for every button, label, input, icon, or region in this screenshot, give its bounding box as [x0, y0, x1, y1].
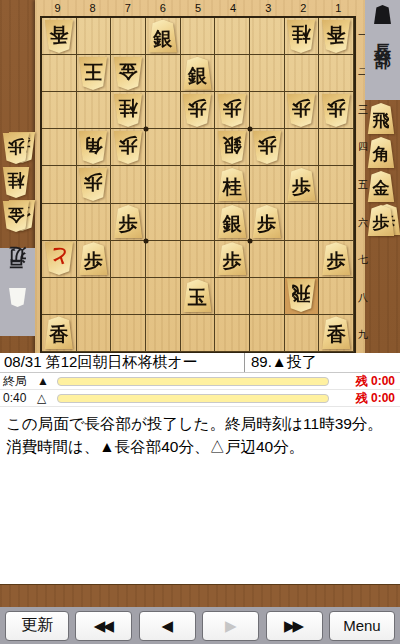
board-cell-5-3[interactable]: 歩 [181, 92, 216, 129]
sente-clock-row: 終局 ▲ 残 0:00 [0, 373, 400, 390]
board-cell-7-8[interactable] [111, 278, 146, 315]
gote-hand-金-x2[interactable]: 金金 [2, 201, 36, 232]
board-cell-9-1[interactable]: 香 [42, 18, 77, 55]
board-cell-3-8[interactable] [250, 278, 285, 315]
board-cell-1-2[interactable] [319, 55, 354, 92]
sente-player-panel: 長谷部 [365, 0, 400, 100]
board-cell-7-3[interactable]: 桂 [111, 92, 146, 129]
gote-piece-icon [9, 288, 27, 307]
event-name: 第12回朝日杯将棋オー [46, 353, 198, 370]
file-label-3: 3 [251, 0, 286, 16]
board-cell-9-4[interactable] [42, 129, 77, 166]
file-label-2: 2 [286, 0, 321, 16]
board-cell-2-9[interactable] [285, 315, 320, 352]
board-cell-3-2[interactable] [250, 55, 285, 92]
shogi-piece-gote-歩: 歩 [252, 131, 282, 164]
board-cell-2-4[interactable] [285, 129, 320, 166]
board-cell-4-5[interactable]: 桂 [215, 166, 250, 203]
board-cell-1-9[interactable]: 香 [319, 315, 354, 352]
step-back-button[interactable]: ◀ [139, 611, 196, 641]
file-labels: 987654321 [40, 0, 356, 16]
gote-time-bar [57, 394, 329, 403]
sente-player-name: 長谷部 [371, 30, 394, 42]
shogi-piece-sente-歩: 歩 [252, 205, 282, 238]
shogi-piece-sente-銀: 銀 [148, 20, 178, 53]
shogi-piece-gote-歩: 歩 [2, 133, 30, 164]
shogi-piece-gote-王: 王 [78, 57, 108, 90]
board-cell-5-6[interactable] [181, 204, 216, 241]
board-cell-7-4[interactable]: 歩 [111, 129, 146, 166]
gote-clock-row: 0:40 △ 残 0:00 [0, 390, 400, 407]
board-cell-6-5[interactable] [146, 166, 181, 203]
shogi-piece-gote-桂: 桂 [113, 94, 143, 127]
rank-label-9: 九 [357, 317, 369, 355]
board-cell-4-7[interactable]: 歩 [215, 241, 250, 278]
board-cell-1-6[interactable] [319, 204, 354, 241]
shogi-piece-sente-香: 香 [44, 316, 74, 349]
event-title: 08/31 第12回朝日杯将棋オー [0, 353, 244, 372]
sente-hand-角-x1[interactable]: 角 [367, 137, 400, 168]
sente-mark-icon: ▲ [37, 374, 57, 388]
board-cell-6-1[interactable]: 銀 [146, 18, 181, 55]
star-point [248, 238, 253, 243]
board-cell-6-6[interactable] [146, 204, 181, 241]
board-cell-6-4[interactable] [146, 129, 181, 166]
board-cell-4-1[interactable] [215, 18, 250, 55]
shogi-piece-gote-歩: 歩 [321, 94, 351, 127]
gote-clock-label: 0:40 [0, 391, 37, 405]
board-cell-8-5[interactable]: 歩 [77, 166, 112, 203]
board-cell-5-9[interactable] [181, 315, 216, 352]
board-cell-9-8[interactable] [42, 278, 77, 315]
shogi-piece-sente-金: 金 [367, 171, 395, 202]
shogi-piece-gote-歩: 歩 [182, 94, 212, 127]
board-cell-9-6[interactable] [42, 204, 77, 241]
shogi-piece-gote-と: と [44, 242, 74, 275]
board-cell-2-7[interactable] [285, 241, 320, 278]
board-cell-8-1[interactable] [77, 18, 112, 55]
board-cell-7-7[interactable] [111, 241, 146, 278]
board-cell-2-8[interactable]: 飛 [285, 278, 320, 315]
board-cell-6-9[interactable] [146, 315, 181, 352]
shogi-piece-sente-飛: 飛 [367, 103, 395, 134]
rank-label-8: 八 [357, 279, 369, 317]
move-indicator: 89.▲投了 [251, 353, 317, 372]
gote-player-panel: 戸辺 [0, 248, 35, 336]
board-cell-9-7[interactable]: と [42, 241, 77, 278]
board-cell-4-9[interactable] [215, 315, 250, 352]
file-label-6: 6 [145, 0, 180, 16]
shogi-piece-gote-銀: 銀 [217, 131, 247, 164]
board-cell-5-2[interactable]: 銀 [181, 55, 216, 92]
shogi-piece-gote-桂: 桂 [286, 20, 316, 53]
clock-panel: 終局 ▲ 残 0:00 0:40 △ 残 0:00 [0, 373, 400, 407]
shogi-piece-gote-香: 香 [321, 20, 351, 53]
shogi-piece-gote-角: 角 [78, 131, 108, 164]
board-cell-3-4[interactable]: 歩 [250, 129, 285, 166]
board-cell-2-6[interactable] [285, 204, 320, 241]
board-cell-4-6[interactable]: 銀 [215, 204, 250, 241]
game-date: 08/31 [4, 353, 42, 370]
board-cell-1-5[interactable] [319, 166, 354, 203]
board-cell-8-4[interactable]: 角 [77, 129, 112, 166]
shogi-piece-gote-桂: 桂 [2, 167, 30, 198]
sente-time-bar [57, 377, 329, 386]
shogi-piece-sente-歩: 歩 [78, 242, 108, 275]
board-cell-5-5[interactable] [181, 166, 216, 203]
board-grid: 香銀桂香王金銀桂歩歩歩歩角歩銀歩歩桂歩歩銀歩と歩歩歩玉飛香香 [40, 16, 356, 354]
sente-hand-歩-x2[interactable]: 歩歩 [367, 205, 400, 236]
board-region: 987654321 香銀桂香王金銀桂歩歩歩歩角歩銀歩歩桂歩歩銀歩と歩歩歩玉飛香香… [0, 0, 400, 354]
shogi-piece-gote-飛: 飛 [286, 279, 316, 312]
shogi-piece-sente-歩: 歩 [113, 205, 143, 238]
shogi-piece-gote-歩: 歩 [217, 94, 247, 127]
sente-hand-金-x1[interactable]: 金 [367, 171, 400, 202]
board-cell-1-4[interactable] [319, 129, 354, 166]
fast-forward-button[interactable]: ▶▶ [266, 611, 323, 641]
board-cell-8-7[interactable]: 歩 [77, 241, 112, 278]
board-cell-4-4[interactable]: 銀 [215, 129, 250, 166]
board-cell-4-2[interactable] [215, 55, 250, 92]
board-cell-5-8[interactable]: 玉 [181, 278, 216, 315]
board-cell-2-2[interactable] [285, 55, 320, 92]
rewind-to-start-button[interactable]: ◀◀ [75, 611, 132, 641]
gote-hand-歩-x2[interactable]: 歩歩 [2, 133, 36, 164]
board-cell-3-5[interactable] [250, 166, 285, 203]
shogi-piece-gote-歩: 歩 [78, 168, 108, 201]
sente-clock-label: 終局 [0, 373, 37, 390]
star-point [248, 127, 253, 132]
sente-remaining-time: 残 0:00 [329, 373, 400, 390]
game-info-bar: 08/31 第12回朝日杯将棋オー 89.▲投了 [0, 353, 400, 373]
file-label-1: 1 [321, 0, 356, 16]
shogi-piece-sente-玉: 玉 [182, 279, 212, 312]
gote-hand-tray: 歩歩桂金金 [2, 133, 36, 232]
shogi-piece-sente-歩: 歩 [321, 242, 351, 275]
file-label-8: 8 [75, 0, 110, 16]
gote-hand-桂-x1[interactable]: 桂 [2, 167, 36, 198]
file-label-7: 7 [110, 0, 145, 16]
board-cell-3-1[interactable] [250, 18, 285, 55]
board-cell-7-9[interactable] [111, 315, 146, 352]
refresh-button[interactable]: 更新 [5, 611, 69, 641]
file-label-9: 9 [40, 0, 75, 16]
board-cell-7-6[interactable]: 歩 [111, 204, 146, 241]
sente-piece-icon [374, 5, 392, 24]
game-commentary: この局面で長谷部が投了した。終局時刻は11時39分。消費時間は、▲長谷部40分、… [0, 407, 400, 584]
board-cell-2-5[interactable]: 歩 [285, 166, 320, 203]
board-panel: 987654321 香銀桂香王金銀桂歩歩歩歩角歩銀歩歩桂歩歩銀歩と歩歩歩玉飛香香… [35, 0, 365, 353]
info-divider [244, 353, 245, 372]
board-cell-4-8[interactable] [215, 278, 250, 315]
board-cell-7-5[interactable] [111, 166, 146, 203]
board-cell-8-9[interactable] [77, 315, 112, 352]
board-cell-5-4[interactable] [181, 129, 216, 166]
board-cell-5-7[interactable] [181, 241, 216, 278]
board-cell-3-3[interactable] [250, 92, 285, 129]
star-point [143, 127, 148, 132]
board-cell-5-1[interactable] [181, 18, 216, 55]
board-cell-9-2[interactable] [42, 55, 77, 92]
shogi-piece-gote-金: 金 [113, 57, 143, 90]
board-cell-1-1[interactable]: 香 [319, 18, 354, 55]
shogi-piece-gote-歩: 歩 [113, 131, 143, 164]
shogi-piece-sente-歩: 歩 [286, 168, 316, 201]
board-cell-2-3[interactable]: 歩 [285, 92, 320, 129]
board-cell-3-9[interactable] [250, 315, 285, 352]
shogi-piece-gote-歩: 歩 [286, 94, 316, 127]
board-cell-1-7[interactable]: 歩 [319, 241, 354, 278]
sente-hand-飛-x1[interactable]: 飛 [367, 103, 400, 134]
lower-wood-strip [0, 584, 400, 608]
sente-hand-tray: 飛角金歩歩 [367, 103, 400, 236]
gote-mark-icon: △ [37, 391, 57, 405]
board-cell-8-3[interactable] [77, 92, 112, 129]
shogi-piece-gote-香: 香 [44, 20, 74, 53]
board-cell-9-9[interactable]: 香 [42, 315, 77, 352]
board-cell-9-3[interactable] [42, 92, 77, 129]
shogi-piece-sente-香: 香 [321, 316, 351, 349]
board-cell-3-6[interactable]: 歩 [250, 204, 285, 241]
board-cell-8-2[interactable]: 王 [77, 55, 112, 92]
board-cell-2-1[interactable]: 桂 [285, 18, 320, 55]
board-cell-4-3[interactable]: 歩 [215, 92, 250, 129]
shogi-piece-sente-銀: 銀 [182, 57, 212, 90]
shogi-piece-sente-銀: 銀 [217, 205, 247, 238]
file-label-4: 4 [216, 0, 251, 16]
star-point [143, 238, 148, 243]
board-cell-7-2[interactable]: 金 [111, 55, 146, 92]
gote-remaining-time: 残 0:00 [329, 390, 400, 407]
board-cell-6-3[interactable] [146, 92, 181, 129]
shogi-piece-sente-桂: 桂 [217, 168, 247, 201]
board-cell-6-8[interactable] [146, 278, 181, 315]
board-cell-6-7[interactable] [146, 241, 181, 278]
bottom-toolbar: 更新◀◀◀▶▶▶Menu [0, 607, 400, 644]
gote-player-name: 戸辺 [6, 274, 29, 282]
board-cell-9-5[interactable] [42, 166, 77, 203]
board-cell-7-1[interactable] [111, 18, 146, 55]
shogi-piece-gote-金: 金 [2, 201, 30, 232]
board-cell-1-8[interactable] [319, 278, 354, 315]
shogi-piece-sente-歩: 歩 [217, 242, 247, 275]
menu-button[interactable]: Menu [329, 611, 395, 641]
board-cell-8-6[interactable] [77, 204, 112, 241]
shogi-piece-sente-歩: 歩 [367, 205, 395, 236]
board-cell-8-8[interactable] [77, 278, 112, 315]
step-forward-button[interactable]: ▶ [202, 611, 259, 641]
shogi-piece-sente-角: 角 [367, 137, 395, 168]
rank-label-7: 七 [357, 241, 369, 279]
board-cell-1-3[interactable]: 歩 [319, 92, 354, 129]
board-cell-6-2[interactable] [146, 55, 181, 92]
board-cell-3-7[interactable] [250, 241, 285, 278]
file-label-5: 5 [180, 0, 215, 16]
